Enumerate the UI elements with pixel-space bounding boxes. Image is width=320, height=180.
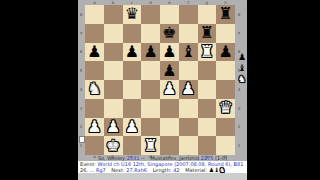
piece-white-pawn: ♟ <box>106 119 120 135</box>
rank-labels-left: 87654321 <box>78 5 84 155</box>
square-g1 <box>198 136 217 155</box>
piece-white-pawn: ♟ <box>181 81 195 97</box>
piece-white-pawn: ♟ <box>125 119 139 135</box>
square-e5: ♟ <box>160 61 179 80</box>
chess-board: ♛♜♚♜♟♟♟♟♝♜♟♟♞♟♟♛♟♟♟♚♜ <box>85 5 235 155</box>
square-h2 <box>216 118 235 137</box>
piece-black-king: ♚ <box>162 25 176 41</box>
square-b4 <box>104 80 123 99</box>
square-f7 <box>179 24 198 43</box>
rank-label-3: 3 <box>236 99 242 118</box>
square-b2: ♟ <box>104 118 123 137</box>
square-f8 <box>179 5 198 24</box>
square-h3: ♛ <box>216 99 235 118</box>
rank-label-8: 8 <box>78 5 84 24</box>
square-g6: ♜ <box>198 43 217 62</box>
square-a4: ♞ <box>85 80 104 99</box>
square-f5 <box>179 61 198 80</box>
square-h8: ♜ <box>216 5 235 24</box>
square-d3 <box>141 99 160 118</box>
square-d1: ♜ <box>141 136 160 155</box>
square-f4: ♟ <box>179 80 198 99</box>
square-b5 <box>104 61 123 80</box>
square-e3 <box>160 99 179 118</box>
square-e1 <box>160 136 179 155</box>
material-black-pawn-icon: ♟ <box>238 52 246 63</box>
square-d5 <box>141 61 160 80</box>
rank-label-7: 7 <box>78 24 84 43</box>
board-panel: abcdefgh 87654321 87654321 abcdefgh ♛♜♚♜… <box>78 0 247 180</box>
square-c8: ♛ <box>123 5 142 24</box>
square-e2 <box>160 118 179 137</box>
square-a7 <box>85 24 104 43</box>
rank-label-8: 8 <box>236 5 242 24</box>
square-g7: ♜ <box>198 24 217 43</box>
square-b8 <box>104 5 123 24</box>
rank-label-2: 2 <box>78 118 84 137</box>
square-g4 <box>198 80 217 99</box>
piece-black-bishop: ♝ <box>181 44 195 60</box>
piece-black-pawn: ♟ <box>87 44 101 60</box>
piece-black-pawn: ♟ <box>162 44 176 60</box>
square-c6: ♟ <box>123 43 142 62</box>
square-e8 <box>160 5 179 24</box>
piece-white-rook: ♜ <box>143 138 157 154</box>
rank-label-5: 5 <box>78 61 84 80</box>
material-black-bishop-icon: ♝ <box>238 63 246 74</box>
piece-white-king: ♚ <box>106 138 120 154</box>
material-white-knight-icon: ♞ <box>238 74 246 85</box>
square-h4 <box>216 80 235 99</box>
rank-label-6: 6 <box>78 43 84 62</box>
rank-label-2: 2 <box>236 118 242 137</box>
square-c5 <box>123 61 142 80</box>
square-b7 <box>104 24 123 43</box>
square-d7 <box>141 24 160 43</box>
square-f3 <box>179 99 198 118</box>
square-e7: ♚ <box>160 24 179 43</box>
square-g5 <box>198 61 217 80</box>
square-h1 <box>216 136 235 155</box>
rank-label-7: 7 <box>236 24 242 43</box>
white-to-move-indicator <box>79 136 85 143</box>
square-f1 <box>179 136 198 155</box>
piece-black-pawn: ♟ <box>162 63 176 79</box>
piece-black-queen: ♛ <box>125 6 139 22</box>
square-b3 <box>104 99 123 118</box>
piece-black-pawn: ♟ <box>125 44 139 60</box>
square-h7 <box>216 24 235 43</box>
square-f2 <box>179 118 198 137</box>
piece-white-queen: ♛ <box>218 100 232 116</box>
square-d6: ♟ <box>141 43 160 62</box>
piece-black-pawn: ♟ <box>218 44 232 60</box>
square-c4 <box>123 80 142 99</box>
rank-label-3: 3 <box>78 99 84 118</box>
square-e4: ♟ <box>160 80 179 99</box>
material-difference-strip: ♟♝♞ <box>237 52 247 85</box>
square-c7 <box>123 24 142 43</box>
square-a8 <box>85 5 104 24</box>
square-c2: ♟ <box>123 118 142 137</box>
video-frame: abcdefgh 87654321 87654321 abcdefgh ♛♜♚♜… <box>0 0 320 180</box>
footer-strip <box>78 173 247 180</box>
piece-white-knight: ♞ <box>87 81 101 97</box>
square-a3 <box>85 99 104 118</box>
square-g3 <box>198 99 217 118</box>
square-g2 <box>198 118 217 137</box>
square-h5 <box>216 61 235 80</box>
square-d8 <box>141 5 160 24</box>
game-info-box: Event: World ch U16 12th, Singapore (200… <box>78 161 247 173</box>
square-a6: ♟ <box>85 43 104 62</box>
square-b1: ♚ <box>104 136 123 155</box>
rank-label-1: 1 <box>236 136 242 155</box>
square-d2 <box>141 118 160 137</box>
square-d4 <box>141 80 160 99</box>
square-c1 <box>123 136 142 155</box>
square-a2: ♟ <box>85 118 104 137</box>
piece-white-rook: ♜ <box>200 44 214 60</box>
piece-black-rook: ♜ <box>200 25 214 41</box>
piece-white-pawn: ♟ <box>87 119 101 135</box>
square-c3 <box>123 99 142 118</box>
piece-black-pawn: ♟ <box>143 44 157 60</box>
piece-white-pawn: ♟ <box>162 81 176 97</box>
piece-black-rook: ♜ <box>218 6 232 22</box>
square-g8 <box>198 5 217 24</box>
square-a1 <box>85 136 104 155</box>
rank-label-4: 4 <box>78 80 84 99</box>
square-e6: ♟ <box>160 43 179 62</box>
square-b6 <box>104 43 123 62</box>
square-h6: ♟ <box>216 43 235 62</box>
square-a5 <box>85 61 104 80</box>
material-white-knight-icon: ♞ <box>220 166 225 173</box>
square-f6: ♝ <box>179 43 198 62</box>
